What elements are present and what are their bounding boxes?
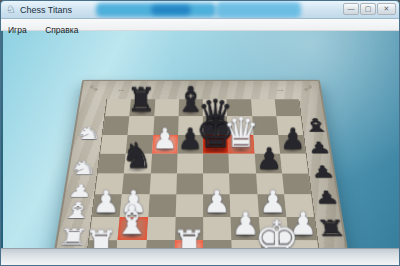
piece-white-pawn[interactable]: ♟ — [152, 125, 177, 153]
piece-white-rook[interactable]: ♜ — [171, 226, 206, 250]
square-e2[interactable] — [203, 217, 232, 240]
piece-white-king[interactable]: ♚ — [253, 213, 299, 250]
piece-black-pawn[interactable]: ♟ — [256, 145, 282, 174]
titlebar-glass-reflection — [151, 5, 191, 15]
square-b2[interactable]: ♝ — [118, 217, 148, 240]
piece-white-bishop[interactable]: ♝ — [114, 200, 150, 240]
square-d4[interactable] — [176, 174, 203, 195]
piece-white-knight: ♞ — [68, 158, 99, 177]
menu-bar: Игра Справка — [1, 19, 399, 31]
frame-arrow-ornament: → — [275, 86, 286, 93]
square-f6[interactable]: ♛ — [228, 135, 254, 154]
square-c5[interactable] — [150, 154, 177, 174]
frame-arrow-ornament: ← — [116, 86, 127, 93]
menu-item-game[interactable]: Игра — [1, 24, 34, 36]
board-squares: ♜♝♛♟♟♚♛♟♞♟♟♟♟♟♝♟♟♜♜♚ — [86, 99, 320, 250]
square-b5[interactable]: ♞ — [124, 154, 152, 174]
menu-item-help[interactable]: Справка — [38, 24, 85, 36]
piece-black-pawn: ♟ — [310, 164, 337, 180]
window-title: Chess Titans — [20, 5, 72, 15]
piece-black-pawn: ♟ — [307, 140, 333, 155]
piece-black-pawn: ♟ — [313, 189, 341, 206]
chess-titans-window: ♘ Chess Titans — ▢ ✕ Игра Справка «« »» … — [0, 0, 400, 266]
square-e3[interactable]: ♟ — [203, 195, 231, 217]
close-button[interactable]: ✕ — [377, 3, 396, 15]
square-a7[interactable] — [103, 116, 130, 134]
square-g5[interactable]: ♟ — [254, 154, 282, 174]
piece-black-rook[interactable]: ♜ — [127, 84, 156, 117]
maximize-button[interactable]: ▢ — [360, 3, 376, 15]
square-h8[interactable] — [274, 99, 300, 116]
piece-white-bishop: ♝ — [60, 199, 95, 222]
title-bar[interactable]: ♘ Chess Titans — ▢ ✕ — [1, 1, 399, 19]
titlebar-glass-reflection — [216, 2, 301, 18]
square-b7[interactable] — [128, 116, 154, 134]
frame-corner-ornament: »» — [300, 83, 315, 93]
square-d5[interactable] — [177, 154, 203, 174]
square-d3[interactable] — [175, 195, 203, 217]
square-c6[interactable]: ♟ — [152, 135, 178, 154]
piece-white-rook[interactable]: ♜ — [83, 226, 118, 250]
square-c4[interactable] — [149, 174, 177, 195]
piece-black-bishop: ♝ — [300, 116, 331, 134]
square-b8[interactable]: ♜ — [130, 99, 156, 116]
frame-corner-ornament: «« — [87, 83, 102, 93]
game-area: «« »» «« »» ← → ← → ♜♝♛♟♟♚♛♟♞♟♟♟♟♟♝♟♟♜♜♚… — [1, 31, 400, 250]
square-f4[interactable] — [229, 174, 257, 195]
status-bar — [1, 248, 399, 265]
app-icon: ♘ — [6, 3, 16, 16]
square-e5[interactable] — [203, 154, 229, 174]
square-f5[interactable] — [229, 154, 256, 174]
piece-white-knight: ♞ — [74, 125, 104, 143]
piece-black-rook: ♜ — [315, 217, 349, 239]
piece-white-queen[interactable]: ♛ — [223, 113, 260, 154]
chess-board-3d: «« »» «« »» ← → ← → ♜♝♛♟♟♚♛♟♞♟♟♟♟♟♝♟♟♜♜♚… — [47, 80, 355, 250]
minimize-button[interactable]: — — [343, 3, 359, 15]
piece-white-pawn[interactable]: ♟ — [203, 186, 230, 217]
piece-black-knight[interactable]: ♞ — [122, 138, 153, 173]
square-h5[interactable] — [280, 154, 308, 174]
square-c3[interactable] — [148, 195, 176, 217]
